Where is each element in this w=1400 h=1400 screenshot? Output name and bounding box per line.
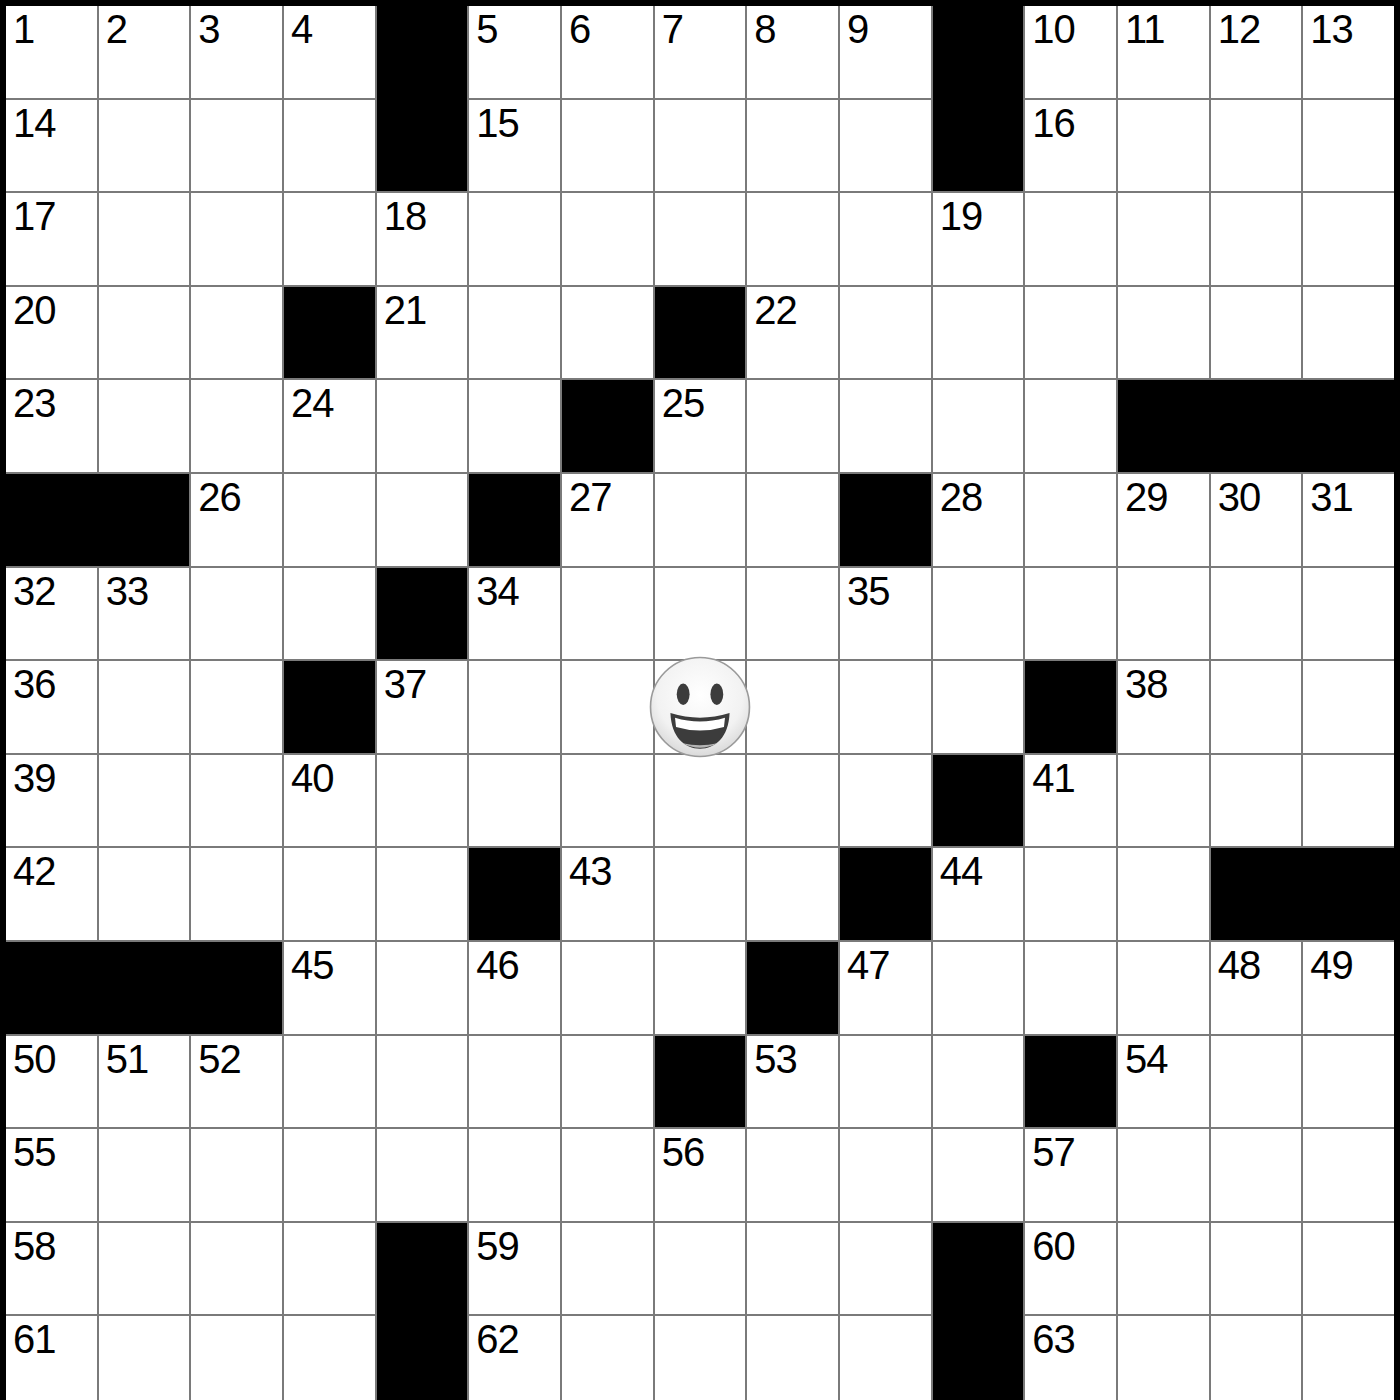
- cell-r3c6[interactable]: [469, 193, 560, 285]
- cell-r11c10[interactable]: 47: [840, 942, 931, 1034]
- cell-r14c3[interactable]: [191, 1223, 282, 1315]
- cell-r6c9[interactable]: [747, 474, 838, 566]
- cell-r8c9[interactable]: [747, 661, 838, 753]
- clue-number: 30: [1218, 477, 1261, 517]
- cell-r8c7[interactable]: [562, 661, 653, 753]
- clue-number: 6: [569, 9, 590, 49]
- clue-number: 9: [847, 9, 868, 49]
- cell-r1c10[interactable]: 9: [840, 6, 931, 98]
- clue-number: 24: [291, 383, 334, 423]
- cell-r10c7[interactable]: 43: [562, 848, 653, 940]
- cell-r3c5[interactable]: 18: [377, 193, 468, 285]
- cell-r13c9[interactable]: [747, 1129, 838, 1221]
- clue-number: 11: [1125, 9, 1165, 49]
- clue-number: 15: [476, 103, 519, 143]
- cell-r7c7[interactable]: [562, 568, 653, 660]
- cell-r9c12[interactable]: 41: [1025, 755, 1116, 847]
- clue-number: 48: [1218, 945, 1261, 985]
- cell-r12c9[interactable]: 53: [747, 1036, 838, 1128]
- clue-number: 8: [754, 9, 775, 49]
- cell-r9c2[interactable]: [99, 755, 190, 847]
- cell-r3c4[interactable]: [284, 193, 375, 285]
- cell-r6c4[interactable]: [284, 474, 375, 566]
- cell-r14c6[interactable]: 59: [469, 1223, 560, 1315]
- cell-r3c10[interactable]: [840, 193, 931, 285]
- cell-r8c5[interactable]: 37: [377, 661, 468, 753]
- clue-number: 46: [476, 945, 519, 985]
- clue-number: 35: [847, 571, 890, 611]
- cell-r5c14: [1211, 380, 1302, 472]
- clue-number: 45: [291, 945, 334, 985]
- cell-r10c8[interactable]: [655, 848, 746, 940]
- cell-r8c2[interactable]: [99, 661, 190, 753]
- cell-r12c3[interactable]: 52: [191, 1036, 282, 1128]
- cell-r15c14[interactable]: [1211, 1316, 1302, 1400]
- cell-r4c10[interactable]: [840, 287, 931, 379]
- cell-r9c8[interactable]: [655, 755, 746, 847]
- grinning-face-icon: [649, 656, 751, 758]
- cell-r8c12: [1025, 661, 1116, 753]
- cell-r13c10[interactable]: [840, 1129, 931, 1221]
- cell-r14c5: [377, 1223, 468, 1315]
- cell-r2c4[interactable]: [284, 100, 375, 192]
- cell-r15c2[interactable]: [99, 1316, 190, 1400]
- cell-r8c14[interactable]: [1211, 661, 1302, 753]
- cell-r12c5[interactable]: [377, 1036, 468, 1128]
- cell-r6c11[interactable]: 28: [933, 474, 1024, 566]
- cell-r9c14[interactable]: [1211, 755, 1302, 847]
- cell-r13c4[interactable]: [284, 1129, 375, 1221]
- cell-r4c13[interactable]: [1118, 287, 1209, 379]
- cell-r10c6: [469, 848, 560, 940]
- cell-r5c15: [1303, 380, 1394, 472]
- cell-r2c5: [377, 100, 468, 192]
- cell-r7c4[interactable]: [284, 568, 375, 660]
- cell-r15c4[interactable]: [284, 1316, 375, 1400]
- cell-r9c7[interactable]: [562, 755, 653, 847]
- cell-r8c11[interactable]: [933, 661, 1024, 753]
- cell-r1c11: [933, 6, 1024, 98]
- cell-r9c3[interactable]: [191, 755, 282, 847]
- cell-r15c8[interactable]: [655, 1316, 746, 1400]
- cell-r9c4[interactable]: 40: [284, 755, 375, 847]
- clue-number: 32: [13, 571, 56, 611]
- clue-number: 39: [13, 758, 56, 798]
- clue-number: 3: [198, 9, 219, 49]
- cell-r2c11: [933, 100, 1024, 192]
- cell-r6c8[interactable]: [655, 474, 746, 566]
- cell-r12c14[interactable]: [1211, 1036, 1302, 1128]
- cell-r14c9[interactable]: [747, 1223, 838, 1315]
- clue-number: 34: [476, 571, 519, 611]
- cell-r4c2[interactable]: [99, 287, 190, 379]
- cell-r3c7[interactable]: [562, 193, 653, 285]
- cell-r11c1: [6, 942, 97, 1034]
- clue-number: 31: [1310, 477, 1353, 517]
- cell-r3c2[interactable]: [99, 193, 190, 285]
- clue-number: 58: [13, 1226, 56, 1266]
- cell-r6c1: [6, 474, 97, 566]
- clue-number: 36: [13, 664, 56, 704]
- clue-number: 17: [13, 196, 56, 236]
- clue-number: 22: [754, 290, 797, 330]
- cell-r3c11[interactable]: 19: [933, 193, 1024, 285]
- cell-r14c15[interactable]: [1303, 1223, 1394, 1315]
- clue-number: 1: [13, 9, 34, 49]
- clue-number: 25: [662, 383, 705, 423]
- clue-number: 60: [1032, 1226, 1075, 1266]
- cell-r11c14[interactable]: 48: [1211, 942, 1302, 1034]
- cell-r6c10: [840, 474, 931, 566]
- cell-r6c2: [99, 474, 190, 566]
- cell-r11c9: [747, 942, 838, 1034]
- clue-number: 12: [1218, 9, 1261, 49]
- cell-r11c13[interactable]: [1118, 942, 1209, 1034]
- cell-r5c3[interactable]: [191, 380, 282, 472]
- cell-r14c10[interactable]: [840, 1223, 931, 1315]
- cell-r8c4: [284, 661, 375, 753]
- cell-r6c6: [469, 474, 560, 566]
- cell-r10c11[interactable]: 44: [933, 848, 1024, 940]
- cell-r8c13[interactable]: 38: [1118, 661, 1209, 753]
- cell-r13c14[interactable]: [1211, 1129, 1302, 1221]
- cell-r15c6[interactable]: 62: [469, 1316, 560, 1400]
- cell-r15c11: [933, 1316, 1024, 1400]
- cell-r11c12[interactable]: [1025, 942, 1116, 1034]
- cell-r6c15[interactable]: 31: [1303, 474, 1394, 566]
- clue-number: 41: [1032, 758, 1075, 798]
- cell-r10c9[interactable]: [747, 848, 838, 940]
- clue-number: 13: [1310, 9, 1353, 49]
- cell-r14c7[interactable]: [562, 1223, 653, 1315]
- clue-number: 57: [1032, 1132, 1075, 1172]
- clue-number: 27: [569, 477, 612, 517]
- cell-r10c13[interactable]: [1118, 848, 1209, 940]
- cell-r4c12[interactable]: [1025, 287, 1116, 379]
- clue-number: 61: [13, 1319, 56, 1359]
- cell-r3c1[interactable]: 17: [6, 193, 97, 285]
- cell-r12c4[interactable]: [284, 1036, 375, 1128]
- clue-number: 19: [940, 196, 983, 236]
- cell-r7c9[interactable]: [747, 568, 838, 660]
- clue-number: 5: [476, 9, 497, 49]
- cell-r12c13[interactable]: 54: [1118, 1036, 1209, 1128]
- clue-number: 56: [662, 1132, 705, 1172]
- cell-r11c4[interactable]: 45: [284, 942, 375, 1034]
- cell-r2c15[interactable]: [1303, 100, 1394, 192]
- cell-r6c12[interactable]: [1025, 474, 1116, 566]
- cell-r2c1[interactable]: 14: [6, 100, 97, 192]
- cell-r5c7: [562, 380, 653, 472]
- cell-r11c5[interactable]: [377, 942, 468, 1034]
- clue-number: 42: [13, 851, 56, 891]
- clue-number: 20: [13, 290, 56, 330]
- cell-r7c15[interactable]: [1303, 568, 1394, 660]
- cell-r7c13[interactable]: [1118, 568, 1209, 660]
- clue-number: 33: [106, 571, 149, 611]
- cell-r4c14[interactable]: [1211, 287, 1302, 379]
- cell-r9c13[interactable]: [1118, 755, 1209, 847]
- clue-number: 63: [1032, 1319, 1075, 1359]
- cell-r13c7[interactable]: [562, 1129, 653, 1221]
- clue-number: 26: [198, 477, 241, 517]
- cell-r1c12[interactable]: 10: [1025, 6, 1116, 98]
- cell-r9c11: [933, 755, 1024, 847]
- clue-number: 44: [940, 851, 983, 891]
- cell-r8c3[interactable]: [191, 661, 282, 753]
- cell-r13c3[interactable]: [191, 1129, 282, 1221]
- cell-r14c2[interactable]: [99, 1223, 190, 1315]
- cell-r15c15[interactable]: [1303, 1316, 1394, 1400]
- cell-r6c13[interactable]: 29: [1118, 474, 1209, 566]
- cell-r2c9[interactable]: [747, 100, 838, 192]
- cell-r11c11[interactable]: [933, 942, 1024, 1034]
- clue-number: 62: [476, 1319, 519, 1359]
- clue-number: 18: [384, 196, 427, 236]
- crossword-grid: 1234567891011121314151617181920212223242…: [0, 0, 1400, 1400]
- clue-number: 7: [662, 9, 683, 49]
- cell-r15c7[interactable]: [562, 1316, 653, 1400]
- cell-r2c13[interactable]: [1118, 100, 1209, 192]
- cell-r14c8[interactable]: [655, 1223, 746, 1315]
- cell-r7c12[interactable]: [1025, 568, 1116, 660]
- cell-r1c15[interactable]: 13: [1303, 6, 1394, 98]
- cell-r10c2[interactable]: [99, 848, 190, 940]
- cell-r5c5[interactable]: [377, 380, 468, 472]
- cell-r7c3[interactable]: [191, 568, 282, 660]
- cell-r15c1[interactable]: 61: [6, 1316, 97, 1400]
- cell-r12c11[interactable]: [933, 1036, 1024, 1128]
- cell-r3c9[interactable]: [747, 193, 838, 285]
- clue-number: 38: [1125, 664, 1168, 704]
- cell-r1c13[interactable]: 11: [1118, 6, 1209, 98]
- cell-r14c4[interactable]: [284, 1223, 375, 1315]
- cell-r15c3[interactable]: [191, 1316, 282, 1400]
- cell-r4c15[interactable]: [1303, 287, 1394, 379]
- cell-r2c12[interactable]: 16: [1025, 100, 1116, 192]
- cell-r10c14: [1211, 848, 1302, 940]
- cell-r7c8[interactable]: [655, 568, 746, 660]
- cell-r1c9[interactable]: 8: [747, 6, 838, 98]
- clue-number: 51: [106, 1039, 149, 1079]
- cell-r5c10[interactable]: [840, 380, 931, 472]
- cell-r11c2: [99, 942, 190, 1034]
- cell-r1c4[interactable]: 4: [284, 6, 375, 98]
- clue-number: 52: [198, 1039, 241, 1079]
- cell-r2c2[interactable]: [99, 100, 190, 192]
- cell-r13c11[interactable]: [933, 1129, 1024, 1221]
- cell-r14c13[interactable]: [1118, 1223, 1209, 1315]
- cell-r6c3[interactable]: 26: [191, 474, 282, 566]
- cell-r5c11[interactable]: [933, 380, 1024, 472]
- cell-r10c12[interactable]: [1025, 848, 1116, 940]
- cell-r13c6[interactable]: [469, 1129, 560, 1221]
- cell-r5c12[interactable]: [1025, 380, 1116, 472]
- clue-number: 55: [13, 1132, 56, 1172]
- cell-r10c1[interactable]: 42: [6, 848, 97, 940]
- cell-r8c6[interactable]: [469, 661, 560, 753]
- clue-number: 59: [476, 1226, 519, 1266]
- cell-r7c2[interactable]: 33: [99, 568, 190, 660]
- cell-r1c3[interactable]: 3: [191, 6, 282, 98]
- cell-r4c9[interactable]: 22: [747, 287, 838, 379]
- cell-r5c4[interactable]: 24: [284, 380, 375, 472]
- cell-r4c11[interactable]: [933, 287, 1024, 379]
- cell-r13c5[interactable]: [377, 1129, 468, 1221]
- clue-number: 53: [754, 1039, 797, 1079]
- cell-r1c1[interactable]: 1: [6, 6, 97, 98]
- cell-r4c5[interactable]: 21: [377, 287, 468, 379]
- cell-r5c2[interactable]: [99, 380, 190, 472]
- clue-number: 29: [1125, 477, 1168, 517]
- grinning-face-emoji: [649, 656, 751, 758]
- cell-r2c14[interactable]: [1211, 100, 1302, 192]
- cell-r1c5: [377, 6, 468, 98]
- cell-r12c1[interactable]: 50: [6, 1036, 97, 1128]
- cell-r5c13: [1118, 380, 1209, 472]
- cell-r11c3: [191, 942, 282, 1034]
- cell-r13c8[interactable]: 56: [655, 1129, 746, 1221]
- cell-r12c2[interactable]: 51: [99, 1036, 190, 1128]
- cell-r1c6[interactable]: 5: [469, 6, 560, 98]
- clue-number: 23: [13, 383, 56, 423]
- cell-r2c3[interactable]: [191, 100, 282, 192]
- cell-r13c13[interactable]: [1118, 1129, 1209, 1221]
- cell-r3c14[interactable]: [1211, 193, 1302, 285]
- cell-r14c1[interactable]: 58: [6, 1223, 97, 1315]
- cell-r12c6[interactable]: [469, 1036, 560, 1128]
- clue-number: 47: [847, 945, 890, 985]
- cell-r3c13[interactable]: [1118, 193, 1209, 285]
- cell-r9c10[interactable]: [840, 755, 931, 847]
- cell-r3c3[interactable]: [191, 193, 282, 285]
- cell-r13c2[interactable]: [99, 1129, 190, 1221]
- cell-r8c8[interactable]: [655, 661, 746, 753]
- cell-r15c9[interactable]: [747, 1316, 838, 1400]
- clue-number: 4: [291, 9, 312, 49]
- cell-r6c7[interactable]: 27: [562, 474, 653, 566]
- cell-r6c5[interactable]: [377, 474, 468, 566]
- cell-r3c8[interactable]: [655, 193, 746, 285]
- cell-r9c15[interactable]: [1303, 755, 1394, 847]
- cell-r7c10[interactable]: 35: [840, 568, 931, 660]
- cell-r4c8: [655, 287, 746, 379]
- cell-r4c3[interactable]: [191, 287, 282, 379]
- cell-r12c7[interactable]: [562, 1036, 653, 1128]
- cell-r9c5[interactable]: [377, 755, 468, 847]
- cell-r11c15[interactable]: 49: [1303, 942, 1394, 1034]
- cell-r8c1[interactable]: 36: [6, 661, 97, 753]
- cell-r7c6[interactable]: 34: [469, 568, 560, 660]
- cell-r9c9[interactable]: [747, 755, 838, 847]
- cell-r15c5: [377, 1316, 468, 1400]
- cell-r15c13[interactable]: [1118, 1316, 1209, 1400]
- clue-number: 28: [940, 477, 983, 517]
- cell-r5c1[interactable]: 23: [6, 380, 97, 472]
- cell-r4c1[interactable]: 20: [6, 287, 97, 379]
- cell-r14c14[interactable]: [1211, 1223, 1302, 1315]
- cell-r4c4: [284, 287, 375, 379]
- cell-r2c8[interactable]: [655, 100, 746, 192]
- cell-r12c10[interactable]: [840, 1036, 931, 1128]
- cell-r7c1[interactable]: 32: [6, 568, 97, 660]
- cell-r7c5: [377, 568, 468, 660]
- clue-number: 14: [13, 103, 56, 143]
- cell-r1c2[interactable]: 2: [99, 6, 190, 98]
- cell-r10c5[interactable]: [377, 848, 468, 940]
- cell-r8c10[interactable]: [840, 661, 931, 753]
- cell-r13c12[interactable]: 57: [1025, 1129, 1116, 1221]
- clue-number: 2: [106, 9, 127, 49]
- cell-r12c12: [1025, 1036, 1116, 1128]
- clue-number: 37: [384, 664, 427, 704]
- clue-number: 21: [384, 290, 427, 330]
- cell-r6c14[interactable]: 30: [1211, 474, 1302, 566]
- cell-r2c7[interactable]: [562, 100, 653, 192]
- clue-number: 10: [1032, 9, 1075, 49]
- cell-r10c3[interactable]: [191, 848, 282, 940]
- cell-r10c10: [840, 848, 931, 940]
- cell-r12c15[interactable]: [1303, 1036, 1394, 1128]
- cell-r1c8[interactable]: 7: [655, 6, 746, 98]
- cell-r15c12[interactable]: 63: [1025, 1316, 1116, 1400]
- cell-r13c15[interactable]: [1303, 1129, 1394, 1221]
- cell-r12c8: [655, 1036, 746, 1128]
- clue-number: 50: [13, 1039, 56, 1079]
- cell-r5c8[interactable]: 25: [655, 380, 746, 472]
- cell-r11c6[interactable]: 46: [469, 942, 560, 1034]
- cell-r15c10[interactable]: [840, 1316, 931, 1400]
- cell-r8c15[interactable]: [1303, 661, 1394, 753]
- cell-r13c1[interactable]: 55: [6, 1129, 97, 1221]
- cell-r1c7[interactable]: 6: [562, 6, 653, 98]
- cell-r11c8[interactable]: [655, 942, 746, 1034]
- clue-number: 40: [291, 758, 334, 798]
- cell-r10c4[interactable]: [284, 848, 375, 940]
- cell-r1c14[interactable]: 12: [1211, 6, 1302, 98]
- cell-r2c10[interactable]: [840, 100, 931, 192]
- cell-r7c11[interactable]: [933, 568, 1024, 660]
- cell-r2c6[interactable]: 15: [469, 100, 560, 192]
- cell-r9c1[interactable]: 39: [6, 755, 97, 847]
- cell-r3c15[interactable]: [1303, 193, 1394, 285]
- cell-r3c12[interactable]: [1025, 193, 1116, 285]
- clue-number: 54: [1125, 1039, 1168, 1079]
- cell-r5c6[interactable]: [469, 380, 560, 472]
- cell-r14c12[interactable]: 60: [1025, 1223, 1116, 1315]
- clue-number: 16: [1032, 103, 1075, 143]
- cell-r5c9[interactable]: [747, 380, 838, 472]
- cell-r11c7[interactable]: [562, 942, 653, 1034]
- cell-r10c15: [1303, 848, 1394, 940]
- cell-r4c7[interactable]: [562, 287, 653, 379]
- clue-number: 49: [1310, 945, 1353, 985]
- cell-r7c14[interactable]: [1211, 568, 1302, 660]
- clue-number: 43: [569, 851, 612, 891]
- cell-r9c6[interactable]: [469, 755, 560, 847]
- cell-r4c6[interactable]: [469, 287, 560, 379]
- cell-r14c11: [933, 1223, 1024, 1315]
